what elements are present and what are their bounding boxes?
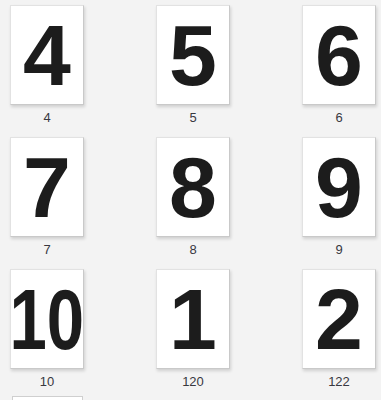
card-number: 10: [10, 276, 85, 362]
card-caption: 10: [40, 374, 54, 389]
card-caption: 4: [43, 110, 50, 125]
number-card[interactable]: 1: [156, 269, 230, 369]
card-caption: 122: [328, 374, 350, 389]
card-grid: 4 4 5 5 6 6 7 7 8 8: [10, 5, 376, 400]
card-caption: 5: [189, 110, 196, 125]
card-caption: 8: [189, 242, 196, 257]
card-number: 9: [315, 144, 363, 230]
card-cell: 4 4: [10, 5, 84, 137]
number-card[interactable]: 7: [10, 137, 84, 237]
card-number: 2: [315, 276, 363, 362]
card-caption: 7: [43, 242, 50, 257]
partial-card-edge: [12, 396, 83, 400]
number-card[interactable]: 5: [156, 5, 230, 105]
card-number: 6: [315, 12, 363, 98]
number-card[interactable]: 10: [10, 269, 84, 369]
card-cell: 5 5: [156, 5, 230, 137]
card-caption: 120: [182, 374, 204, 389]
card-cell: 8 8: [156, 137, 230, 269]
card-number: 8: [169, 144, 217, 230]
card-number: 4: [23, 12, 71, 98]
number-card[interactable]: 6: [302, 5, 376, 105]
card-number: 1: [169, 276, 217, 362]
card-cell: 1 120: [156, 269, 230, 400]
card-caption: 6: [335, 110, 342, 125]
card-cell: 7 7: [10, 137, 84, 269]
card-cell: 2 122: [302, 269, 376, 400]
card-cell: 6 6: [302, 5, 376, 137]
number-card[interactable]: 9: [302, 137, 376, 237]
number-card[interactable]: 2: [302, 269, 376, 369]
number-card[interactable]: 4: [10, 5, 84, 105]
flashcard-gallery: 4 4 5 5 6 6 7 7 8 8: [0, 0, 381, 400]
card-number: 7: [23, 144, 71, 230]
card-cell: 9 9: [302, 137, 376, 269]
number-card[interactable]: 8: [156, 137, 230, 237]
card-cell: 10 10: [10, 269, 84, 400]
card-number: 5: [169, 12, 217, 98]
card-caption: 9: [335, 242, 342, 257]
